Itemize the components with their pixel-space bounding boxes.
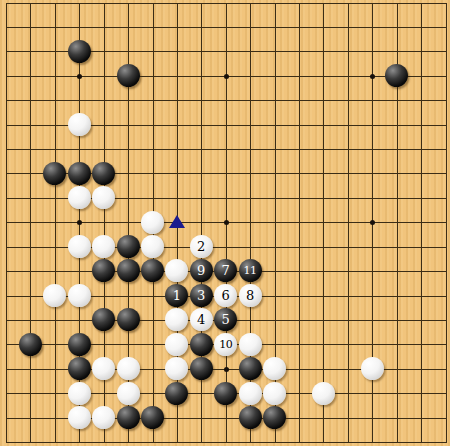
- board-point[interactable]: [311, 112, 335, 136]
- board-point[interactable]: [433, 210, 450, 234]
- board-point[interactable]: [287, 0, 311, 15]
- board-point[interactable]: [335, 161, 359, 185]
- board-point[interactable]: [67, 88, 91, 112]
- board-point[interactable]: [360, 283, 384, 307]
- board-point[interactable]: [189, 405, 213, 429]
- board-point[interactable]: [43, 234, 67, 258]
- board-point[interactable]: [18, 15, 42, 39]
- board-point[interactable]: [409, 161, 433, 185]
- board-point[interactable]: [384, 64, 408, 88]
- board-point[interactable]: [116, 88, 140, 112]
- board-point[interactable]: [384, 186, 408, 210]
- board-point[interactable]: [165, 356, 189, 380]
- board-point[interactable]: [213, 405, 237, 429]
- board-point[interactable]: [140, 210, 164, 234]
- board-point[interactable]: [384, 283, 408, 307]
- board-point[interactable]: [0, 381, 18, 405]
- board-point[interactable]: [140, 234, 164, 258]
- board-point[interactable]: [213, 0, 237, 15]
- board-point[interactable]: [287, 64, 311, 88]
- board-point[interactable]: [311, 430, 335, 446]
- board-point[interactable]: [91, 308, 115, 332]
- board-point[interactable]: [433, 64, 450, 88]
- board-point[interactable]: [67, 356, 91, 380]
- board-point[interactable]: [433, 283, 450, 307]
- board-point[interactable]: [140, 64, 164, 88]
- board-point[interactable]: [116, 308, 140, 332]
- board-point[interactable]: [116, 15, 140, 39]
- board-point[interactable]: [238, 430, 262, 446]
- board-point[interactable]: [67, 112, 91, 136]
- board-point[interactable]: [287, 356, 311, 380]
- board-point[interactable]: [311, 308, 335, 332]
- board-point[interactable]: [238, 64, 262, 88]
- board-point[interactable]: 3: [189, 283, 213, 307]
- board-point[interactable]: [335, 15, 359, 39]
- board-point[interactable]: [140, 308, 164, 332]
- board-point[interactable]: [116, 210, 140, 234]
- board-point[interactable]: [67, 234, 91, 258]
- board-point[interactable]: [67, 210, 91, 234]
- board-point[interactable]: [91, 356, 115, 380]
- board-point[interactable]: [116, 0, 140, 15]
- board-point[interactable]: [0, 15, 18, 39]
- board-point[interactable]: [262, 405, 286, 429]
- board-point[interactable]: [43, 430, 67, 446]
- board-point[interactable]: [409, 88, 433, 112]
- board-point[interactable]: [213, 137, 237, 161]
- board-point[interactable]: [409, 308, 433, 332]
- board-point[interactable]: [433, 137, 450, 161]
- board-point[interactable]: [238, 39, 262, 63]
- board-point[interactable]: [165, 210, 189, 234]
- board-point[interactable]: [262, 356, 286, 380]
- board-point[interactable]: [43, 88, 67, 112]
- board-point[interactable]: [238, 161, 262, 185]
- board-point[interactable]: 5: [213, 308, 237, 332]
- board-point[interactable]: [18, 405, 42, 429]
- board-point[interactable]: [335, 356, 359, 380]
- board-point[interactable]: [262, 161, 286, 185]
- board-point[interactable]: [213, 15, 237, 39]
- board-point[interactable]: [335, 112, 359, 136]
- board-point[interactable]: [433, 405, 450, 429]
- board-point[interactable]: [287, 381, 311, 405]
- board-point[interactable]: [262, 186, 286, 210]
- board-point[interactable]: [165, 137, 189, 161]
- board-point[interactable]: [262, 308, 286, 332]
- board-point[interactable]: [287, 210, 311, 234]
- board-point[interactable]: [360, 430, 384, 446]
- board-point[interactable]: [67, 137, 91, 161]
- board-point[interactable]: [335, 332, 359, 356]
- board-point[interactable]: [384, 15, 408, 39]
- board-point[interactable]: [0, 234, 18, 258]
- board-point[interactable]: [91, 234, 115, 258]
- board-point[interactable]: [0, 430, 18, 446]
- board-point[interactable]: [262, 137, 286, 161]
- board-point[interactable]: [335, 210, 359, 234]
- board-point[interactable]: [91, 39, 115, 63]
- board-point[interactable]: [384, 430, 408, 446]
- board-point[interactable]: [140, 430, 164, 446]
- board-point[interactable]: [91, 161, 115, 185]
- board-point[interactable]: [116, 332, 140, 356]
- board-point[interactable]: [238, 137, 262, 161]
- board-point[interactable]: [238, 186, 262, 210]
- board-point[interactable]: [433, 259, 450, 283]
- board-point[interactable]: [311, 234, 335, 258]
- board-point[interactable]: [116, 161, 140, 185]
- board-point[interactable]: [0, 0, 18, 15]
- board-point[interactable]: [67, 332, 91, 356]
- board-point[interactable]: [189, 356, 213, 380]
- board-point[interactable]: [311, 88, 335, 112]
- board-point[interactable]: 8: [238, 283, 262, 307]
- board-point[interactable]: [140, 381, 164, 405]
- board-point[interactable]: [0, 137, 18, 161]
- board-point[interactable]: [189, 137, 213, 161]
- board-point[interactable]: [262, 332, 286, 356]
- board-point[interactable]: [18, 381, 42, 405]
- board-point[interactable]: [116, 186, 140, 210]
- board-point[interactable]: [409, 15, 433, 39]
- board-point[interactable]: [116, 283, 140, 307]
- board-point[interactable]: [409, 210, 433, 234]
- board-point[interactable]: [140, 283, 164, 307]
- board-point[interactable]: [165, 405, 189, 429]
- board-point[interactable]: [43, 137, 67, 161]
- board-point[interactable]: [384, 137, 408, 161]
- board-point[interactable]: 11: [238, 259, 262, 283]
- board-point[interactable]: [140, 137, 164, 161]
- board-point[interactable]: [43, 332, 67, 356]
- board-point[interactable]: [189, 0, 213, 15]
- board-point[interactable]: [409, 234, 433, 258]
- board-point[interactable]: [165, 112, 189, 136]
- board-point[interactable]: [335, 259, 359, 283]
- board-point[interactable]: [384, 332, 408, 356]
- board-point[interactable]: [433, 356, 450, 380]
- board-point[interactable]: [409, 137, 433, 161]
- board-point[interactable]: [213, 186, 237, 210]
- board-point[interactable]: [335, 405, 359, 429]
- board-point[interactable]: [262, 283, 286, 307]
- board-point[interactable]: [43, 0, 67, 15]
- board-point[interactable]: [360, 137, 384, 161]
- board-point[interactable]: [335, 234, 359, 258]
- board-point[interactable]: [384, 210, 408, 234]
- board-point[interactable]: [116, 137, 140, 161]
- board-point[interactable]: [384, 161, 408, 185]
- board-point[interactable]: [238, 210, 262, 234]
- board-point[interactable]: [287, 186, 311, 210]
- board-point[interactable]: [18, 0, 42, 15]
- board-point[interactable]: [116, 259, 140, 283]
- board-point[interactable]: [409, 112, 433, 136]
- board-point[interactable]: [311, 405, 335, 429]
- board-point[interactable]: [43, 210, 67, 234]
- board-point[interactable]: [262, 430, 286, 446]
- board-point[interactable]: [165, 15, 189, 39]
- board-point[interactable]: [18, 161, 42, 185]
- board-point[interactable]: [140, 112, 164, 136]
- board-point[interactable]: [311, 283, 335, 307]
- board-point[interactable]: [140, 356, 164, 380]
- board-point[interactable]: [140, 161, 164, 185]
- board-point[interactable]: [18, 112, 42, 136]
- board-point[interactable]: [67, 64, 91, 88]
- board-point[interactable]: [409, 332, 433, 356]
- board-point[interactable]: [287, 39, 311, 63]
- board-point[interactable]: [43, 15, 67, 39]
- board-point[interactable]: [360, 0, 384, 15]
- board-point[interactable]: [165, 186, 189, 210]
- board-point[interactable]: [43, 64, 67, 88]
- board-point[interactable]: [18, 137, 42, 161]
- board-point[interactable]: [360, 381, 384, 405]
- board-point[interactable]: [287, 405, 311, 429]
- board-point[interactable]: [140, 405, 164, 429]
- board-point[interactable]: [262, 112, 286, 136]
- board-point[interactable]: [360, 64, 384, 88]
- board-point[interactable]: [238, 308, 262, 332]
- board-point[interactable]: [213, 161, 237, 185]
- board-point[interactable]: [262, 259, 286, 283]
- board-point[interactable]: [384, 112, 408, 136]
- board-point[interactable]: [18, 64, 42, 88]
- board-point[interactable]: [18, 356, 42, 380]
- board-point[interactable]: [43, 259, 67, 283]
- board-point[interactable]: [213, 381, 237, 405]
- board-point[interactable]: [262, 15, 286, 39]
- board-point[interactable]: [43, 112, 67, 136]
- board-point[interactable]: [360, 161, 384, 185]
- board-point[interactable]: [360, 259, 384, 283]
- board-point[interactable]: [165, 332, 189, 356]
- board-point[interactable]: [116, 112, 140, 136]
- board-point[interactable]: [67, 0, 91, 15]
- board-point[interactable]: [165, 234, 189, 258]
- board-point[interactable]: [189, 430, 213, 446]
- board-point[interactable]: [238, 356, 262, 380]
- board-point[interactable]: [213, 88, 237, 112]
- board-point[interactable]: [189, 64, 213, 88]
- board-point[interactable]: [360, 308, 384, 332]
- board-point[interactable]: [0, 332, 18, 356]
- board-point[interactable]: [262, 39, 286, 63]
- board-point[interactable]: [384, 88, 408, 112]
- board-point[interactable]: [43, 405, 67, 429]
- board-point[interactable]: [213, 210, 237, 234]
- board-point[interactable]: [409, 283, 433, 307]
- board-point[interactable]: [287, 283, 311, 307]
- board-point[interactable]: [433, 39, 450, 63]
- board-point[interactable]: [91, 283, 115, 307]
- board-point[interactable]: [91, 186, 115, 210]
- board-point[interactable]: [165, 88, 189, 112]
- board-point[interactable]: [287, 137, 311, 161]
- board-point[interactable]: 9: [189, 259, 213, 283]
- board-point[interactable]: [384, 259, 408, 283]
- board-point[interactable]: 2: [189, 234, 213, 258]
- board-point[interactable]: [409, 0, 433, 15]
- board-point[interactable]: [67, 283, 91, 307]
- board-point[interactable]: [165, 0, 189, 15]
- board-point[interactable]: [18, 39, 42, 63]
- board-point[interactable]: [360, 39, 384, 63]
- board-point[interactable]: [287, 308, 311, 332]
- board-point[interactable]: [116, 234, 140, 258]
- board-point[interactable]: [384, 308, 408, 332]
- board-point[interactable]: [433, 15, 450, 39]
- board-point[interactable]: [384, 405, 408, 429]
- board-point[interactable]: [311, 381, 335, 405]
- board-point[interactable]: [287, 234, 311, 258]
- board-point[interactable]: [335, 430, 359, 446]
- board-point[interactable]: [67, 15, 91, 39]
- board-point[interactable]: [384, 234, 408, 258]
- board-point[interactable]: [213, 356, 237, 380]
- board-point[interactable]: [433, 186, 450, 210]
- board-point[interactable]: [409, 430, 433, 446]
- board-point[interactable]: [0, 64, 18, 88]
- board-point[interactable]: [165, 161, 189, 185]
- board-point[interactable]: [384, 39, 408, 63]
- board-point[interactable]: [335, 381, 359, 405]
- board-point[interactable]: [384, 381, 408, 405]
- board-point[interactable]: [91, 405, 115, 429]
- board-point[interactable]: [287, 15, 311, 39]
- board-point[interactable]: [262, 210, 286, 234]
- board-point[interactable]: [262, 381, 286, 405]
- board-point[interactable]: [287, 430, 311, 446]
- board-point[interactable]: [311, 39, 335, 63]
- board-point[interactable]: [311, 0, 335, 15]
- board-point[interactable]: [287, 112, 311, 136]
- board-point[interactable]: [140, 186, 164, 210]
- board-point[interactable]: [335, 186, 359, 210]
- board-point[interactable]: [262, 0, 286, 15]
- board-point[interactable]: [189, 332, 213, 356]
- board-point[interactable]: [360, 186, 384, 210]
- board-point[interactable]: [43, 381, 67, 405]
- board-point[interactable]: [335, 308, 359, 332]
- board-point[interactable]: [165, 381, 189, 405]
- board-point[interactable]: [0, 39, 18, 63]
- board-point[interactable]: [311, 161, 335, 185]
- board-point[interactable]: [311, 356, 335, 380]
- board-point[interactable]: [165, 64, 189, 88]
- board-point[interactable]: [409, 259, 433, 283]
- board-point[interactable]: [433, 0, 450, 15]
- board-point[interactable]: [140, 39, 164, 63]
- board-point[interactable]: [91, 210, 115, 234]
- board-point[interactable]: [165, 430, 189, 446]
- board-point[interactable]: [67, 405, 91, 429]
- board-point[interactable]: [116, 356, 140, 380]
- board-point[interactable]: 1: [165, 283, 189, 307]
- board-point[interactable]: [189, 39, 213, 63]
- board-point[interactable]: [433, 88, 450, 112]
- board-point[interactable]: [360, 356, 384, 380]
- board-point[interactable]: [433, 234, 450, 258]
- board-point[interactable]: [67, 308, 91, 332]
- board-point[interactable]: [238, 15, 262, 39]
- board-point[interactable]: [140, 0, 164, 15]
- board-point[interactable]: [18, 210, 42, 234]
- board-point[interactable]: [409, 356, 433, 380]
- board-point[interactable]: 10: [213, 332, 237, 356]
- board-point[interactable]: [0, 88, 18, 112]
- board-point[interactable]: [67, 430, 91, 446]
- board-point[interactable]: [189, 161, 213, 185]
- board-point[interactable]: 4: [189, 308, 213, 332]
- board-point[interactable]: [287, 332, 311, 356]
- board-point[interactable]: [384, 0, 408, 15]
- board-point[interactable]: [433, 161, 450, 185]
- board-point[interactable]: [0, 356, 18, 380]
- board-point[interactable]: [67, 381, 91, 405]
- board-point[interactable]: [409, 64, 433, 88]
- board-point[interactable]: [238, 88, 262, 112]
- board-point[interactable]: [91, 381, 115, 405]
- board-point[interactable]: [213, 234, 237, 258]
- board-point[interactable]: 6: [213, 283, 237, 307]
- board-point[interactable]: [335, 88, 359, 112]
- board-point[interactable]: [0, 161, 18, 185]
- board-point[interactable]: [43, 308, 67, 332]
- board-point[interactable]: [311, 210, 335, 234]
- board-point[interactable]: [43, 283, 67, 307]
- board-point[interactable]: [43, 161, 67, 185]
- board-point[interactable]: [384, 356, 408, 380]
- board-point[interactable]: [360, 234, 384, 258]
- board-point[interactable]: [0, 210, 18, 234]
- board-point[interactable]: 7: [213, 259, 237, 283]
- board-point[interactable]: [409, 405, 433, 429]
- board-point[interactable]: [189, 112, 213, 136]
- board-point[interactable]: [18, 259, 42, 283]
- board-point[interactable]: [433, 381, 450, 405]
- board-point[interactable]: [311, 64, 335, 88]
- board-point[interactable]: [165, 39, 189, 63]
- board-point[interactable]: [311, 259, 335, 283]
- board-point[interactable]: [262, 88, 286, 112]
- board-point[interactable]: [91, 88, 115, 112]
- board-point[interactable]: [433, 112, 450, 136]
- board-point[interactable]: [238, 332, 262, 356]
- board-point[interactable]: [360, 332, 384, 356]
- board-point[interactable]: [189, 186, 213, 210]
- board-point[interactable]: [18, 186, 42, 210]
- board-point[interactable]: [335, 0, 359, 15]
- board-point[interactable]: [18, 430, 42, 446]
- board-point[interactable]: [311, 332, 335, 356]
- board-point[interactable]: [18, 88, 42, 112]
- board-point[interactable]: [189, 88, 213, 112]
- board-point[interactable]: [43, 186, 67, 210]
- board-point[interactable]: [0, 259, 18, 283]
- board-point[interactable]: [433, 308, 450, 332]
- board-point[interactable]: [238, 0, 262, 15]
- board-point[interactable]: [18, 234, 42, 258]
- board-point[interactable]: [165, 259, 189, 283]
- board-point[interactable]: [189, 381, 213, 405]
- board-point[interactable]: [262, 64, 286, 88]
- board-point[interactable]: [238, 405, 262, 429]
- board-point[interactable]: [335, 137, 359, 161]
